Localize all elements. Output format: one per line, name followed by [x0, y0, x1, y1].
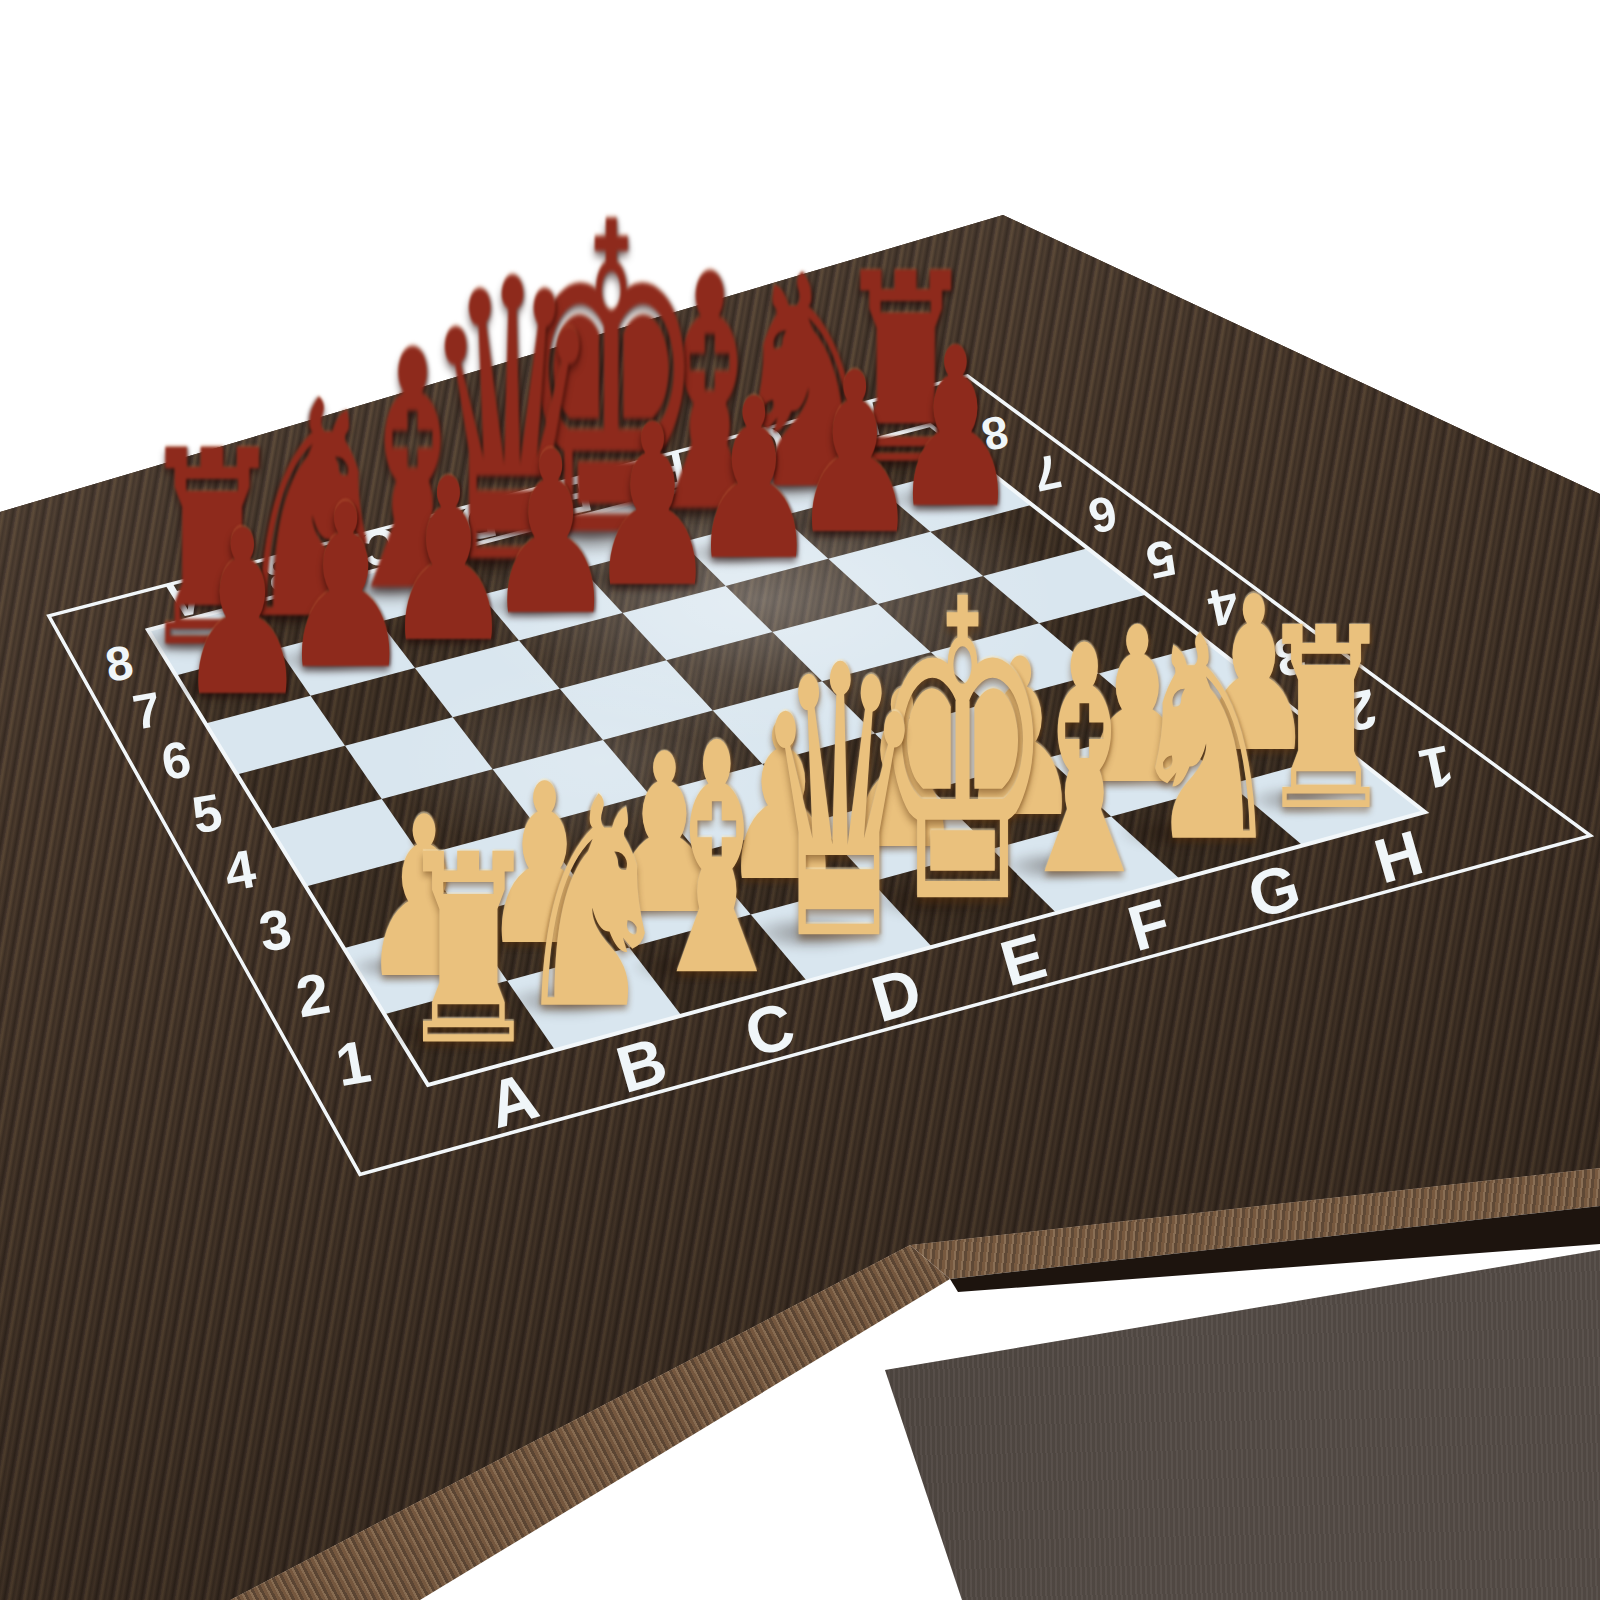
pieces-layer: ♜♞♝♛♚♝♞♜♟♟♟♟♟♟♟♟♟♟♟♟♟♟♟♟♜♞♝♛♚♝♞♜: [0, 0, 1600, 1600]
piece-white-rook-a1[interactable]: ♜: [396, 848, 540, 1057]
chess-table-photo: 88AA77BB66CC55DD44EE33FF22GG11HH ♜♞♝♛♚♝♞…: [0, 0, 1600, 1600]
piece-red-pawn-a7[interactable]: ♟: [176, 523, 308, 705]
